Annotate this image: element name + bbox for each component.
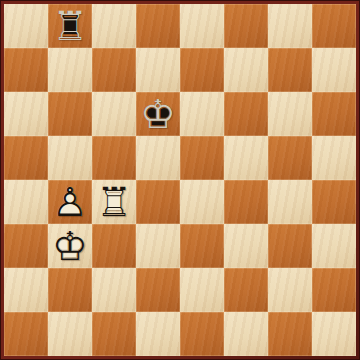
- square-h8[interactable]: [312, 4, 356, 48]
- pawn-glyph-fill: ♟: [48, 180, 92, 224]
- square-f2[interactable]: [224, 268, 268, 312]
- square-h3[interactable]: [312, 224, 356, 268]
- square-b8[interactable]: ♜♖: [48, 4, 92, 48]
- square-a7[interactable]: [4, 48, 48, 92]
- square-e4[interactable]: [180, 180, 224, 224]
- square-g4[interactable]: [268, 180, 312, 224]
- square-h5[interactable]: [312, 136, 356, 180]
- king-glyph-outline: ♔: [136, 92, 180, 136]
- square-g1[interactable]: [268, 312, 312, 356]
- square-g6[interactable]: [268, 92, 312, 136]
- square-b4[interactable]: ♟♙: [48, 180, 92, 224]
- square-a1[interactable]: [4, 312, 48, 356]
- square-b7[interactable]: [48, 48, 92, 92]
- square-d6[interactable]: ♚♔: [136, 92, 180, 136]
- square-b1[interactable]: [48, 312, 92, 356]
- rook-glyph-outline: ♖: [48, 4, 92, 48]
- square-d3[interactable]: [136, 224, 180, 268]
- square-d7[interactable]: [136, 48, 180, 92]
- rook-glyph-outline: ♖: [92, 180, 136, 224]
- white-rook-piece[interactable]: ♜♖: [92, 180, 136, 224]
- white-king-piece[interactable]: ♚♔: [48, 224, 92, 268]
- square-e5[interactable]: [180, 136, 224, 180]
- square-c8[interactable]: [92, 4, 136, 48]
- square-f6[interactable]: [224, 92, 268, 136]
- square-g7[interactable]: [268, 48, 312, 92]
- black-king-piece[interactable]: ♚♔: [136, 92, 180, 136]
- square-a6[interactable]: [4, 92, 48, 136]
- square-c7[interactable]: [92, 48, 136, 92]
- pawn-glyph-outline: ♙: [48, 180, 92, 224]
- square-a4[interactable]: [4, 180, 48, 224]
- square-b3[interactable]: ♚♔: [48, 224, 92, 268]
- square-e8[interactable]: [180, 4, 224, 48]
- square-b6[interactable]: [48, 92, 92, 136]
- square-g5[interactable]: [268, 136, 312, 180]
- square-a8[interactable]: [4, 4, 48, 48]
- square-f1[interactable]: [224, 312, 268, 356]
- square-d4[interactable]: [136, 180, 180, 224]
- square-c4[interactable]: ♜♖: [92, 180, 136, 224]
- square-e3[interactable]: [180, 224, 224, 268]
- square-c1[interactable]: [92, 312, 136, 356]
- rook-glyph-fill: ♜: [92, 180, 136, 224]
- square-f7[interactable]: [224, 48, 268, 92]
- square-e2[interactable]: [180, 268, 224, 312]
- square-b5[interactable]: [48, 136, 92, 180]
- square-d5[interactable]: [136, 136, 180, 180]
- square-g2[interactable]: [268, 268, 312, 312]
- square-c3[interactable]: [92, 224, 136, 268]
- square-a2[interactable]: [4, 268, 48, 312]
- square-d2[interactable]: [136, 268, 180, 312]
- white-pawn-piece[interactable]: ♟♙: [48, 180, 92, 224]
- square-h6[interactable]: [312, 92, 356, 136]
- chess-board-frame: ♜♖♚♔♟♙♜♖♚♔: [0, 0, 360, 360]
- king-glyph-outline: ♔: [48, 224, 92, 268]
- square-e7[interactable]: [180, 48, 224, 92]
- square-d8[interactable]: [136, 4, 180, 48]
- square-h2[interactable]: [312, 268, 356, 312]
- square-f3[interactable]: [224, 224, 268, 268]
- square-h7[interactable]: [312, 48, 356, 92]
- king-glyph-fill: ♚: [136, 92, 180, 136]
- black-rook-piece[interactable]: ♜♖: [48, 4, 92, 48]
- square-h4[interactable]: [312, 180, 356, 224]
- square-c5[interactable]: [92, 136, 136, 180]
- square-f5[interactable]: [224, 136, 268, 180]
- chess-board: ♜♖♚♔♟♙♜♖♚♔: [4, 4, 356, 356]
- square-e1[interactable]: [180, 312, 224, 356]
- square-e6[interactable]: [180, 92, 224, 136]
- square-b2[interactable]: [48, 268, 92, 312]
- square-g8[interactable]: [268, 4, 312, 48]
- square-f4[interactable]: [224, 180, 268, 224]
- square-g3[interactable]: [268, 224, 312, 268]
- square-h1[interactable]: [312, 312, 356, 356]
- square-a5[interactable]: [4, 136, 48, 180]
- square-d1[interactable]: [136, 312, 180, 356]
- square-f8[interactable]: [224, 4, 268, 48]
- square-a3[interactable]: [4, 224, 48, 268]
- king-glyph-fill: ♚: [48, 224, 92, 268]
- square-c6[interactable]: [92, 92, 136, 136]
- square-c2[interactable]: [92, 268, 136, 312]
- rook-glyph-fill: ♜: [48, 4, 92, 48]
